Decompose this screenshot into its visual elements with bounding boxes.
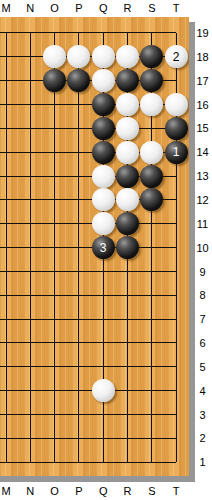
intersection-O4[interactable]: [42, 379, 66, 403]
intersection-N16[interactable]: [18, 93, 42, 117]
intersection-T3[interactable]: [164, 403, 188, 427]
row-label-10: 10: [196, 242, 208, 253]
row-label-2: 2: [199, 433, 205, 444]
intersection-R14[interactable]: [115, 140, 139, 164]
intersection-R2[interactable]: [115, 426, 139, 450]
intersection-O18[interactable]: [42, 45, 66, 69]
row-label-1: 1: [199, 457, 205, 468]
intersection-P6[interactable]: [67, 331, 91, 355]
intersection-O6[interactable]: [42, 331, 66, 355]
column-label-top-S: S: [148, 3, 155, 14]
intersection-R9[interactable]: [115, 260, 139, 284]
intersection-T7[interactable]: [164, 307, 188, 331]
intersection-R5[interactable]: [115, 355, 139, 379]
white-stone-R15: [116, 117, 139, 140]
intersection-N3[interactable]: [18, 403, 42, 427]
intersection-O10[interactable]: [42, 236, 66, 260]
intersection-P7[interactable]: [67, 307, 91, 331]
intersection-O15[interactable]: [42, 116, 66, 140]
column-label-top-Q: Q: [99, 3, 108, 14]
intersection-T9[interactable]: [164, 260, 188, 284]
intersection-Q4[interactable]: [91, 379, 115, 403]
intersection-T15[interactable]: [164, 116, 188, 140]
intersection-P3[interactable]: [67, 403, 91, 427]
column-label-bottom-O: O: [50, 486, 59, 497]
white-stone-Q17: [92, 69, 115, 92]
intersection-R6[interactable]: [115, 331, 139, 355]
intersection-R3[interactable]: [115, 403, 139, 427]
intersection-Q3[interactable]: [91, 403, 115, 427]
column-label-bottom-S: S: [148, 486, 155, 497]
intersection-S14[interactable]: [140, 140, 164, 164]
intersection-Q12[interactable]: [91, 188, 115, 212]
column-label-top-T: T: [173, 3, 180, 14]
intersection-M3[interactable]: [0, 403, 18, 427]
row-label-14: 14: [196, 147, 208, 158]
intersection-O1[interactable]: [42, 450, 66, 474]
intersection-M14[interactable]: [0, 140, 18, 164]
intersection-R12[interactable]: [115, 188, 139, 212]
row-label-5: 5: [199, 361, 205, 372]
row-label-3: 3: [199, 409, 205, 420]
intersection-T5[interactable]: [164, 355, 188, 379]
intersection-N7[interactable]: [18, 307, 42, 331]
column-label-bottom-R: R: [124, 486, 132, 497]
intersection-S1[interactable]: [140, 450, 164, 474]
intersection-O11[interactable]: [42, 212, 66, 236]
intersection-O5[interactable]: [42, 355, 66, 379]
intersection-N14[interactable]: [18, 140, 42, 164]
intersection-Q17[interactable]: [91, 69, 115, 93]
intersection-N11[interactable]: [18, 212, 42, 236]
white-stone-R18: [116, 45, 139, 68]
white-stone-S14: [140, 141, 163, 164]
intersection-M11[interactable]: [0, 212, 18, 236]
black-stone-R17: [116, 69, 139, 92]
row-label-13: 13: [196, 171, 208, 182]
column-label-top-N: N: [26, 3, 34, 14]
intersection-T17[interactable]: [164, 69, 188, 93]
intersection-R13[interactable]: [115, 164, 139, 188]
column-label-top-R: R: [124, 3, 132, 14]
intersection-S3[interactable]: [140, 403, 164, 427]
intersection-M4[interactable]: [0, 379, 18, 403]
board-shadow-bottom: [0, 476, 195, 482]
move-number: 3: [100, 242, 107, 254]
intersection-O8[interactable]: [42, 283, 66, 307]
intersection-Q8[interactable]: [91, 283, 115, 307]
intersection-N18[interactable]: [18, 45, 42, 69]
move-number: 2: [173, 51, 180, 63]
intersection-M16[interactable]: [0, 93, 18, 117]
intersection-Q14[interactable]: [91, 140, 115, 164]
intersection-T19[interactable]: [164, 21, 188, 45]
row-label-4: 4: [199, 385, 205, 396]
intersection-Q2[interactable]: [91, 426, 115, 450]
intersection-Q5[interactable]: [91, 355, 115, 379]
intersection-S5[interactable]: [140, 355, 164, 379]
intersection-N10[interactable]: [18, 236, 42, 260]
intersection-Q11[interactable]: [91, 212, 115, 236]
intersection-S12[interactable]: [140, 188, 164, 212]
intersection-P17[interactable]: [67, 69, 91, 93]
white-stone-T18: 2: [165, 45, 188, 68]
intersection-T4[interactable]: [164, 379, 188, 403]
column-label-bottom-P: P: [75, 486, 82, 497]
intersection-M5[interactable]: [0, 355, 18, 379]
intersection-S16[interactable]: [140, 93, 164, 117]
intersection-T18[interactable]: 2: [164, 45, 188, 69]
white-stone-Q12: [92, 188, 115, 211]
intersection-R16[interactable]: [115, 93, 139, 117]
row-label-9: 9: [199, 266, 205, 277]
intersection-Q1[interactable]: [91, 450, 115, 474]
intersection-O13[interactable]: [42, 164, 66, 188]
white-stone-Q11: [92, 212, 115, 235]
intersection-P4[interactable]: [67, 379, 91, 403]
column-label-bottom-T: T: [173, 486, 180, 497]
intersection-S6[interactable]: [140, 331, 164, 355]
column-label-top-M: M: [1, 3, 10, 14]
intersection-T6[interactable]: [164, 331, 188, 355]
intersection-S18[interactable]: [140, 45, 164, 69]
white-stone-Q13: [92, 165, 115, 188]
row-label-11: 11: [197, 218, 208, 229]
intersection-P18[interactable]: [67, 45, 91, 69]
go-board: 213: [0, 17, 189, 476]
black-stone-Q16: [92, 93, 115, 116]
intersection-S4[interactable]: [140, 379, 164, 403]
intersection-O16[interactable]: [42, 93, 66, 117]
intersection-R10[interactable]: [115, 236, 139, 260]
intersection-N12[interactable]: [18, 188, 42, 212]
row-label-19: 19: [196, 28, 208, 39]
row-label-8: 8: [199, 290, 205, 301]
column-label-top-O: O: [50, 3, 59, 14]
black-stone-T15: [165, 117, 188, 140]
intersection-T1[interactable]: [164, 450, 188, 474]
intersection-S19[interactable]: [140, 21, 164, 45]
intersection-P10[interactable]: [67, 236, 91, 260]
intersection-T13[interactable]: [164, 164, 188, 188]
intersection-T8[interactable]: [164, 283, 188, 307]
intersection-Q18[interactable]: [91, 45, 115, 69]
intersection-Q6[interactable]: [91, 331, 115, 355]
intersection-R4[interactable]: [115, 379, 139, 403]
intersection-O14[interactable]: [42, 140, 66, 164]
intersection-T12[interactable]: [164, 188, 188, 212]
white-stone-S16: [140, 93, 163, 116]
white-stone-Q4: [92, 379, 115, 402]
intersection-T10[interactable]: [164, 236, 188, 260]
intersection-P19[interactable]: [67, 21, 91, 45]
intersection-Q7[interactable]: [91, 307, 115, 331]
board-shadow-right: [189, 22, 195, 482]
intersection-R17[interactable]: [115, 69, 139, 93]
intersection-N8[interactable]: [18, 283, 42, 307]
intersection-N4[interactable]: [18, 379, 42, 403]
intersection-M1[interactable]: [0, 450, 18, 474]
white-stone-P18: [67, 45, 90, 68]
black-stone-S18: [140, 45, 163, 68]
intersection-N15[interactable]: [18, 116, 42, 140]
intersection-N2[interactable]: [18, 426, 42, 450]
intersection-O2[interactable]: [42, 426, 66, 450]
intersection-S11[interactable]: [140, 212, 164, 236]
intersection-M6[interactable]: [0, 331, 18, 355]
intersection-S8[interactable]: [140, 283, 164, 307]
intersection-P11[interactable]: [67, 212, 91, 236]
intersection-R7[interactable]: [115, 307, 139, 331]
white-stone-O18: [43, 45, 66, 68]
intersection-O3[interactable]: [42, 403, 66, 427]
intersection-M17[interactable]: [0, 69, 18, 93]
black-stone-S13: [140, 165, 163, 188]
white-stone-R16: [116, 93, 139, 116]
intersection-P9[interactable]: [67, 260, 91, 284]
intersection-N5[interactable]: [18, 355, 42, 379]
intersection-R15[interactable]: [115, 116, 139, 140]
intersection-Q10[interactable]: 3: [91, 236, 115, 260]
intersection-M8[interactable]: [0, 283, 18, 307]
intersection-O7[interactable]: [42, 307, 66, 331]
intersection-T2[interactable]: [164, 426, 188, 450]
intersection-M19[interactable]: [0, 21, 18, 45]
intersection-M13[interactable]: [0, 164, 18, 188]
intersection-M2[interactable]: [0, 426, 18, 450]
black-stone-S12: [140, 188, 163, 211]
intersection-Q13[interactable]: [91, 164, 115, 188]
intersection-T16[interactable]: [164, 93, 188, 117]
intersection-S15[interactable]: [140, 116, 164, 140]
intersection-M15[interactable]: [0, 116, 18, 140]
intersection-P15[interactable]: [67, 116, 91, 140]
intersection-R8[interactable]: [115, 283, 139, 307]
intersection-T11[interactable]: [164, 212, 188, 236]
intersection-N13[interactable]: [18, 164, 42, 188]
white-stone-R14: [116, 141, 139, 164]
column-label-bottom-M: M: [1, 486, 10, 497]
row-label-17: 17: [196, 75, 208, 86]
intersection-N9[interactable]: [18, 260, 42, 284]
intersection-P16[interactable]: [67, 93, 91, 117]
intersection-P12[interactable]: [67, 188, 91, 212]
black-stone-S17: [140, 69, 163, 92]
black-stone-P17: [67, 69, 90, 92]
intersection-M10[interactable]: [0, 236, 18, 260]
intersection-O19[interactable]: [42, 21, 66, 45]
intersection-P1[interactable]: [67, 450, 91, 474]
black-stone-Q14: [92, 141, 115, 164]
intersection-N19[interactable]: [18, 21, 42, 45]
white-stone-Q18: [92, 45, 115, 68]
board-grid: 213: [0, 21, 188, 474]
intersection-S10[interactable]: [140, 236, 164, 260]
black-stone-T14: 1: [165, 141, 188, 164]
intersection-M18[interactable]: [0, 45, 18, 69]
intersection-P8[interactable]: [67, 283, 91, 307]
intersection-S7[interactable]: [140, 307, 164, 331]
intersection-Q19[interactable]: [91, 21, 115, 45]
intersection-Q9[interactable]: [91, 260, 115, 284]
row-label-18: 18: [196, 51, 208, 62]
intersection-T14[interactable]: 1: [164, 140, 188, 164]
black-stone-R10: [116, 236, 139, 259]
intersection-S13[interactable]: [140, 164, 164, 188]
intersection-R11[interactable]: [115, 212, 139, 236]
intersection-N17[interactable]: [18, 69, 42, 93]
row-label-16: 16: [196, 99, 208, 110]
intersection-R1[interactable]: [115, 450, 139, 474]
row-label-12: 12: [196, 194, 208, 205]
row-label-15: 15: [196, 123, 208, 134]
intersection-Q15[interactable]: [91, 116, 115, 140]
row-label-6: 6: [199, 338, 205, 349]
move-number: 1: [173, 146, 180, 158]
row-label-7: 7: [199, 314, 205, 325]
intersection-M7[interactable]: [0, 307, 18, 331]
intersection-P13[interactable]: [67, 164, 91, 188]
column-label-bottom-Q: Q: [99, 486, 108, 497]
intersection-Q16[interactable]: [91, 93, 115, 117]
black-stone-Q15: [92, 117, 115, 140]
intersection-P2[interactable]: [67, 426, 91, 450]
intersection-O9[interactable]: [42, 260, 66, 284]
black-stone-R11: [116, 212, 139, 235]
black-stone-R13: [116, 165, 139, 188]
intersection-P5[interactable]: [67, 355, 91, 379]
intersection-M9[interactable]: [0, 260, 18, 284]
intersection-R18[interactable]: [115, 45, 139, 69]
intersection-N6[interactable]: [18, 331, 42, 355]
intersection-N1[interactable]: [18, 450, 42, 474]
go-diagram: MNOPQRST 213 191817161514131211109876543…: [0, 0, 212, 500]
intersection-R19[interactable]: [115, 21, 139, 45]
intersection-S9[interactable]: [140, 260, 164, 284]
intersection-M12[interactable]: [0, 188, 18, 212]
intersection-O12[interactable]: [42, 188, 66, 212]
black-stone-O17: [43, 69, 66, 92]
intersection-P14[interactable]: [67, 140, 91, 164]
column-label-bottom-N: N: [26, 486, 34, 497]
intersection-S2[interactable]: [140, 426, 164, 450]
intersection-S17[interactable]: [140, 69, 164, 93]
intersection-O17[interactable]: [42, 69, 66, 93]
column-label-top-P: P: [75, 3, 82, 14]
black-stone-Q10: 3: [92, 236, 115, 259]
white-stone-T16: [165, 93, 188, 116]
white-stone-R12: [116, 188, 139, 211]
